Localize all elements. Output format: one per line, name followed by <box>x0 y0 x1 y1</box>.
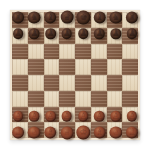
piece-glyph: ♟ <box>14 29 22 38</box>
piece-glyph: ♞ <box>112 13 120 22</box>
square-b5[interactable] <box>28 59 44 75</box>
square-g4[interactable] <box>107 75 123 91</box>
square-d2[interactable]: ♙ <box>59 107 75 123</box>
square-b2[interactable]: ♙ <box>28 107 44 123</box>
piece-glyph: ♟ <box>63 29 71 38</box>
piece-black-rook-a8[interactable]: ♜ <box>12 11 25 24</box>
piece-white-rook-h1[interactable]: ♖ <box>126 126 138 138</box>
piece-black-pawn-e7[interactable]: ♟ <box>78 29 89 40</box>
square-a4[interactable] <box>12 75 28 91</box>
piece-black-rook-h8[interactable]: ♜ <box>126 11 138 24</box>
piece-glyph: ♙ <box>14 112 22 121</box>
piece-white-knight-b1[interactable]: ♘ <box>28 127 41 139</box>
piece-glyph: ♚ <box>79 13 87 22</box>
square-g6[interactable] <box>107 44 123 60</box>
piece-glyph: ♖ <box>128 128 136 137</box>
piece-white-queen-d1[interactable]: ♕ <box>60 126 73 139</box>
square-b4[interactable] <box>28 75 44 91</box>
piece-glyph: ♜ <box>128 13 136 22</box>
piece-white-pawn-c2[interactable]: ♙ <box>45 111 56 122</box>
piece-white-pawn-g2[interactable]: ♙ <box>111 111 122 122</box>
square-a1[interactable]: ♖ <box>12 122 28 138</box>
piece-white-king-e1[interactable]: ♔ <box>76 126 90 139</box>
piece-black-pawn-b7[interactable]: ♟ <box>29 29 39 40</box>
square-f1[interactable]: ♗ <box>91 122 107 138</box>
piece-white-pawn-b2[interactable]: ♙ <box>29 111 39 122</box>
piece-glyph: ♙ <box>79 112 87 121</box>
piece-glyph: ♛ <box>63 13 71 22</box>
square-c1[interactable]: ♗ <box>44 122 60 138</box>
square-e6[interactable] <box>75 44 91 60</box>
piece-glyph: ♙ <box>47 112 55 121</box>
square-b1[interactable]: ♘ <box>28 122 44 138</box>
piece-glyph: ♞ <box>30 13 38 22</box>
piece-black-pawn-g7[interactable]: ♟ <box>111 29 122 40</box>
square-a6[interactable] <box>12 44 28 60</box>
piece-white-bishop-c1[interactable]: ♗ <box>45 127 57 139</box>
square-f6[interactable] <box>91 44 107 60</box>
square-e2[interactable]: ♙ <box>75 107 91 123</box>
piece-black-pawn-f7[interactable]: ♟ <box>94 29 105 40</box>
square-d8[interactable]: ♛ <box>59 12 75 28</box>
piece-white-pawn-e2[interactable]: ♙ <box>78 111 89 122</box>
square-c7[interactable]: ♟ <box>44 28 60 44</box>
square-f7[interactable]: ♟ <box>91 28 107 44</box>
piece-black-bishop-c8[interactable]: ♝ <box>45 11 57 23</box>
piece-white-pawn-h2[interactable]: ♙ <box>127 111 137 122</box>
square-b6[interactable] <box>28 44 44 60</box>
square-a7[interactable]: ♟ <box>12 28 28 44</box>
square-a5[interactable] <box>12 59 28 75</box>
square-d7[interactable]: ♟ <box>59 28 75 44</box>
square-a2[interactable]: ♙ <box>12 107 28 123</box>
piece-glyph: ♟ <box>128 29 136 38</box>
square-c5[interactable] <box>44 59 60 75</box>
square-h2[interactable]: ♙ <box>122 107 138 123</box>
piece-glyph: ♟ <box>95 29 103 38</box>
square-c8[interactable]: ♝ <box>44 12 60 28</box>
piece-white-bishop-f1[interactable]: ♗ <box>93 127 105 139</box>
square-c6[interactable] <box>44 44 60 60</box>
square-h7[interactable]: ♟ <box>122 28 138 44</box>
piece-glyph: ♕ <box>63 128 71 137</box>
square-h4[interactable] <box>122 75 138 91</box>
square-f5[interactable] <box>91 59 107 75</box>
piece-white-pawn-f2[interactable]: ♙ <box>94 111 105 122</box>
square-d6[interactable] <box>59 44 75 60</box>
piece-black-knight-g8[interactable]: ♞ <box>109 11 122 23</box>
square-h5[interactable] <box>122 59 138 75</box>
square-h1[interactable]: ♖ <box>122 122 138 138</box>
piece-black-knight-b8[interactable]: ♞ <box>28 11 41 23</box>
square-a8[interactable]: ♜ <box>12 12 28 28</box>
piece-glyph: ♘ <box>30 128 38 137</box>
square-g5[interactable] <box>107 59 123 75</box>
piece-black-queen-d8[interactable]: ♛ <box>60 11 73 24</box>
square-d1[interactable]: ♕ <box>59 122 75 138</box>
piece-glyph: ♟ <box>79 29 87 38</box>
square-f4[interactable] <box>91 75 107 91</box>
piece-glyph: ♝ <box>47 13 55 22</box>
piece-glyph: ♙ <box>128 112 136 121</box>
square-g2[interactable]: ♙ <box>107 107 123 123</box>
piece-glyph: ♝ <box>95 13 103 22</box>
piece-glyph: ♔ <box>79 128 87 137</box>
square-e8[interactable]: ♚ <box>75 12 91 28</box>
piece-black-king-e8[interactable]: ♚ <box>76 11 90 25</box>
piece-glyph: ♜ <box>14 13 22 22</box>
piece-glyph: ♙ <box>112 112 120 121</box>
square-b3[interactable] <box>28 91 44 107</box>
square-g7[interactable]: ♟ <box>107 28 123 44</box>
square-e4[interactable] <box>75 75 91 91</box>
square-c4[interactable] <box>44 75 60 91</box>
square-g8[interactable]: ♞ <box>107 12 123 28</box>
chessboard-frame: ♜♞♝♛♚♝♞♜♟♟♟♟♟♟♟♟♙♙♙♙♙♙♙♙♖♘♗♕♔♗♘♖ <box>10 10 140 140</box>
square-f8[interactable]: ♝ <box>91 12 107 28</box>
piece-black-bishop-f8[interactable]: ♝ <box>93 11 105 23</box>
piece-glyph: ♟ <box>112 29 120 38</box>
piece-glyph: ♙ <box>95 112 103 121</box>
piece-white-knight-g1[interactable]: ♘ <box>109 127 122 139</box>
piece-glyph: ♖ <box>14 128 22 137</box>
square-a3[interactable] <box>12 91 28 107</box>
piece-glyph: ♙ <box>63 112 71 121</box>
square-h8[interactable]: ♜ <box>122 12 138 28</box>
piece-black-pawn-d7[interactable]: ♟ <box>62 29 72 40</box>
piece-glyph: ♗ <box>95 128 103 137</box>
square-c2[interactable]: ♙ <box>44 107 60 123</box>
piece-black-pawn-h7[interactable]: ♟ <box>127 29 137 40</box>
square-h3[interactable] <box>122 91 138 107</box>
square-e5[interactable] <box>75 59 91 75</box>
piece-white-pawn-a2[interactable]: ♙ <box>13 111 24 122</box>
piece-white-pawn-d2[interactable]: ♙ <box>62 111 72 122</box>
square-g1[interactable]: ♘ <box>107 122 123 138</box>
piece-black-pawn-c7[interactable]: ♟ <box>45 29 56 40</box>
square-e1[interactable]: ♔ <box>75 122 91 138</box>
piece-glyph: ♗ <box>47 128 55 137</box>
square-h6[interactable] <box>122 44 138 60</box>
square-c3[interactable] <box>44 91 60 107</box>
square-d4[interactable] <box>59 75 75 91</box>
chessboard[interactable]: ♜♞♝♛♚♝♞♜♟♟♟♟♟♟♟♟♙♙♙♙♙♙♙♙♖♘♗♕♔♗♘♖ <box>12 12 138 138</box>
square-e3[interactable] <box>75 91 91 107</box>
piece-white-rook-a1[interactable]: ♖ <box>12 126 25 138</box>
piece-glyph: ♘ <box>112 128 120 137</box>
square-b7[interactable]: ♟ <box>28 28 44 44</box>
square-f3[interactable] <box>91 91 107 107</box>
square-d5[interactable] <box>59 59 75 75</box>
square-f2[interactable]: ♙ <box>91 107 107 123</box>
piece-glyph: ♟ <box>47 29 55 38</box>
piece-glyph: ♙ <box>30 112 38 121</box>
piece-glyph: ♟ <box>30 29 38 38</box>
square-b8[interactable]: ♞ <box>28 12 44 28</box>
square-g3[interactable] <box>107 91 123 107</box>
square-d3[interactable] <box>59 91 75 107</box>
square-e7[interactable]: ♟ <box>75 28 91 44</box>
piece-black-pawn-a7[interactable]: ♟ <box>13 29 24 40</box>
